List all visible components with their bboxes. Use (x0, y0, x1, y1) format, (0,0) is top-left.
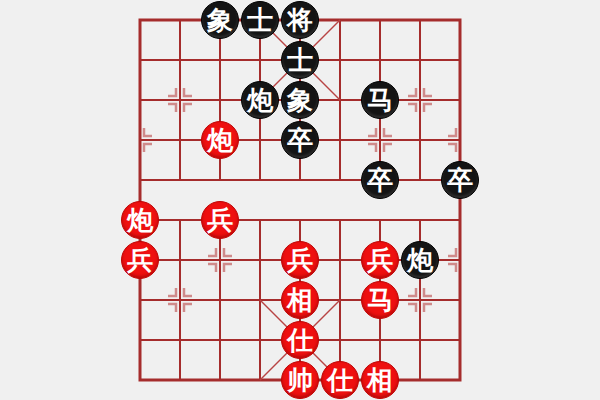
piece-black-horse[interactable]: 马 (361, 81, 399, 119)
piece-red-advisor[interactable]: 仕 (321, 361, 359, 399)
piece-red-soldier[interactable]: 兵 (121, 241, 159, 279)
piece-red-elephant[interactable]: 相 (281, 281, 319, 319)
piece-red-soldier[interactable]: 兵 (201, 201, 239, 239)
piece-red-general[interactable]: 帅 (281, 361, 319, 399)
piece-red-soldier[interactable]: 兵 (361, 241, 399, 279)
piece-red-advisor[interactable]: 仕 (281, 321, 319, 359)
pieces-layer: 象士将士炮象马卒卒卒炮炮炮兵兵兵兵相马仕帅仕相 (120, 0, 480, 400)
piece-black-soldier[interactable]: 卒 (441, 161, 479, 199)
piece-red-cannon[interactable]: 炮 (121, 201, 159, 239)
piece-red-soldier[interactable]: 兵 (281, 241, 319, 279)
piece-red-elephant[interactable]: 相 (361, 361, 399, 399)
piece-black-elephant[interactable]: 象 (201, 1, 239, 39)
xiangqi-board: 象士将士炮象马卒卒卒炮炮炮兵兵兵兵相马仕帅仕相 (0, 0, 600, 400)
piece-black-cannon[interactable]: 炮 (401, 241, 439, 279)
piece-black-general[interactable]: 将 (281, 1, 319, 39)
piece-black-soldier[interactable]: 卒 (361, 161, 399, 199)
piece-black-soldier[interactable]: 卒 (281, 121, 319, 159)
piece-black-elephant[interactable]: 象 (281, 81, 319, 119)
piece-black-advisor[interactable]: 士 (281, 41, 319, 79)
piece-red-cannon[interactable]: 炮 (201, 121, 239, 159)
piece-red-horse[interactable]: 马 (361, 281, 399, 319)
piece-black-cannon[interactable]: 炮 (241, 81, 279, 119)
piece-black-advisor[interactable]: 士 (241, 1, 279, 39)
